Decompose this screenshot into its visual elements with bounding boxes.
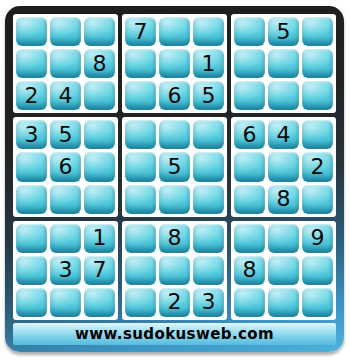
cell-r1c6[interactable] — [193, 17, 224, 46]
cell-r6c3[interactable] — [84, 185, 115, 214]
cell-r9c5: 2 — [159, 288, 190, 317]
cell-r5c7[interactable] — [234, 152, 265, 181]
cell-r7c5: 8 — [159, 224, 190, 253]
cell-r3c5: 6 — [159, 81, 190, 110]
cell-r3c2: 4 — [50, 81, 81, 110]
cell-r2c9[interactable] — [302, 49, 333, 78]
cell-r9c4[interactable] — [125, 288, 156, 317]
cell-r5c9: 2 — [302, 152, 333, 181]
cell-r6c9[interactable] — [302, 185, 333, 214]
box-6: 6428 — [231, 117, 336, 216]
cell-r7c1[interactable] — [16, 224, 47, 253]
cell-r2c5[interactable] — [159, 49, 190, 78]
cell-r9c3[interactable] — [84, 288, 115, 317]
box-3: 5 — [231, 14, 336, 113]
cell-r6c8: 8 — [268, 185, 299, 214]
cell-r5c1[interactable] — [16, 152, 47, 181]
cell-r4c1: 3 — [16, 120, 47, 149]
cell-r7c7[interactable] — [234, 224, 265, 253]
cell-r1c3[interactable] — [84, 17, 115, 46]
sudoku-page: 824716553565642813782398 www.sudokusweb.… — [0, 0, 350, 360]
cell-r7c9: 9 — [302, 224, 333, 253]
cell-r6c1[interactable] — [16, 185, 47, 214]
cell-r2c1[interactable] — [16, 49, 47, 78]
cell-r8c8[interactable] — [268, 256, 299, 285]
cell-r2c7[interactable] — [234, 49, 265, 78]
cell-r8c2: 3 — [50, 256, 81, 285]
cell-r1c8: 5 — [268, 17, 299, 46]
cell-r7c2[interactable] — [50, 224, 81, 253]
cell-r2c2[interactable] — [50, 49, 81, 78]
cell-r1c1[interactable] — [16, 17, 47, 46]
cell-r3c6: 5 — [193, 81, 224, 110]
box-4: 356 — [13, 117, 118, 216]
cell-r9c7[interactable] — [234, 288, 265, 317]
cell-r5c5: 5 — [159, 152, 190, 181]
cell-r3c9[interactable] — [302, 81, 333, 110]
cell-r1c5[interactable] — [159, 17, 190, 46]
cell-r8c6[interactable] — [193, 256, 224, 285]
cell-r4c3[interactable] — [84, 120, 115, 149]
cell-r7c6[interactable] — [193, 224, 224, 253]
cell-r2c4[interactable] — [125, 49, 156, 78]
cell-r4c9[interactable] — [302, 120, 333, 149]
cell-r7c4[interactable] — [125, 224, 156, 253]
cell-r6c7[interactable] — [234, 185, 265, 214]
cell-r8c3: 7 — [84, 256, 115, 285]
cell-r3c7[interactable] — [234, 81, 265, 110]
cell-r3c8[interactable] — [268, 81, 299, 110]
box-2: 7165 — [122, 14, 227, 113]
cell-r3c4[interactable] — [125, 81, 156, 110]
cell-r4c5[interactable] — [159, 120, 190, 149]
cell-r8c5[interactable] — [159, 256, 190, 285]
cell-r4c8: 4 — [268, 120, 299, 149]
cell-r4c7: 6 — [234, 120, 265, 149]
cell-r7c8[interactable] — [268, 224, 299, 253]
cell-r6c6[interactable] — [193, 185, 224, 214]
cell-r6c2[interactable] — [50, 185, 81, 214]
cell-r8c7: 8 — [234, 256, 265, 285]
cell-r1c4: 7 — [125, 17, 156, 46]
cell-r4c4[interactable] — [125, 120, 156, 149]
box-5: 5 — [122, 117, 227, 216]
site-url: www.sudokusweb.com — [75, 325, 274, 343]
cell-r5c8[interactable] — [268, 152, 299, 181]
cell-r9c6: 3 — [193, 288, 224, 317]
cell-r7c3: 1 — [84, 224, 115, 253]
cell-r9c1[interactable] — [16, 288, 47, 317]
board-frame: 824716553565642813782398 www.sudokusweb.… — [5, 6, 344, 352]
cell-r5c2: 6 — [50, 152, 81, 181]
cell-r9c2[interactable] — [50, 288, 81, 317]
box-7: 137 — [13, 221, 118, 320]
cell-r3c3[interactable] — [84, 81, 115, 110]
cell-r9c9[interactable] — [302, 288, 333, 317]
cell-r5c3[interactable] — [84, 152, 115, 181]
cell-r6c5[interactable] — [159, 185, 190, 214]
cell-r8c4[interactable] — [125, 256, 156, 285]
box-9: 98 — [231, 221, 336, 320]
cell-r3c1: 2 — [16, 81, 47, 110]
cell-r4c2: 5 — [50, 120, 81, 149]
cell-r9c8[interactable] — [268, 288, 299, 317]
cell-r8c1[interactable] — [16, 256, 47, 285]
cell-r5c4[interactable] — [125, 152, 156, 181]
cell-r8c9[interactable] — [302, 256, 333, 285]
cell-r4c6[interactable] — [193, 120, 224, 149]
cell-r2c3: 8 — [84, 49, 115, 78]
cell-r1c7[interactable] — [234, 17, 265, 46]
cell-r1c2[interactable] — [50, 17, 81, 46]
cell-r2c6: 1 — [193, 49, 224, 78]
cell-r6c4[interactable] — [125, 185, 156, 214]
box-1: 824 — [13, 14, 118, 113]
sudoku-board: 824716553565642813782398 — [13, 14, 336, 320]
cell-r2c8[interactable] — [268, 49, 299, 78]
cell-r5c6[interactable] — [193, 152, 224, 181]
cell-r1c9[interactable] — [302, 17, 333, 46]
footer-band: www.sudokusweb.com — [13, 323, 336, 345]
box-8: 823 — [122, 221, 227, 320]
